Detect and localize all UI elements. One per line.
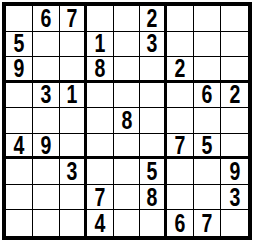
cell-r6c4[interactable] [87, 134, 114, 160]
given-digit: 3 [147, 32, 158, 57]
cell-r2c4[interactable]: 1 [87, 32, 114, 58]
given-digit: 3 [229, 185, 240, 210]
given-digit: 5 [14, 32, 25, 57]
cell-r9c2[interactable] [33, 210, 60, 236]
cell-r7c2[interactable] [33, 159, 60, 185]
cell-r7c6[interactable]: 5 [140, 159, 167, 185]
cell-r2c6[interactable]: 3 [140, 32, 167, 58]
cell-r1c1[interactable] [6, 6, 33, 32]
given-digit: 2 [147, 6, 158, 31]
cell-r8c3[interactable] [60, 185, 87, 211]
cell-r4c7[interactable] [167, 83, 194, 109]
given-digit: 7 [94, 185, 105, 210]
cell-r8c2[interactable] [33, 185, 60, 211]
cell-r5c7[interactable] [167, 108, 194, 134]
cell-r4c3[interactable]: 1 [60, 83, 87, 109]
cell-r9c6[interactable] [140, 210, 167, 236]
cell-r5c2[interactable] [33, 108, 60, 134]
given-digit: 2 [175, 57, 186, 81]
cell-r9c1[interactable] [6, 210, 33, 236]
cell-r6c3[interactable] [60, 134, 87, 160]
cell-r8c7[interactable] [167, 185, 194, 211]
cell-r8c4[interactable]: 7 [87, 185, 114, 211]
cell-r2c1[interactable]: 5 [6, 32, 33, 58]
cell-r4c5[interactable] [114, 83, 141, 109]
cell-r2c9[interactable] [221, 32, 248, 58]
given-digit: 9 [14, 57, 25, 81]
given-digit: 6 [175, 211, 186, 236]
cell-r3c7[interactable]: 2 [167, 57, 194, 83]
cell-r3c4[interactable]: 8 [87, 57, 114, 83]
given-digit: 8 [94, 57, 105, 81]
cell-r5c4[interactable] [87, 108, 114, 134]
cell-r6c2[interactable]: 9 [33, 134, 60, 160]
cell-r7c7[interactable] [167, 159, 194, 185]
cell-r9c7[interactable]: 6 [167, 210, 194, 236]
cell-r1c9[interactable] [221, 6, 248, 32]
cell-r5c3[interactable] [60, 108, 87, 134]
cell-r9c8[interactable]: 7 [194, 210, 221, 236]
cell-r4c8[interactable]: 6 [194, 83, 221, 109]
given-digit: 7 [66, 6, 77, 31]
cell-r6c9[interactable] [221, 134, 248, 160]
given-digit: 6 [202, 83, 213, 108]
cell-r5c6[interactable] [140, 108, 167, 134]
cell-r8c9[interactable]: 3 [221, 185, 248, 211]
cell-r7c5[interactable] [114, 159, 141, 185]
cell-r2c7[interactable] [167, 32, 194, 58]
cell-r3c5[interactable] [114, 57, 141, 83]
cell-r3c9[interactable] [221, 57, 248, 83]
cell-r7c4[interactable] [87, 159, 114, 185]
cell-r1c7[interactable] [167, 6, 194, 32]
cell-r8c6[interactable]: 8 [140, 185, 167, 211]
given-digit: 3 [66, 159, 77, 184]
given-digit: 4 [14, 134, 25, 158]
given-digit: 7 [175, 134, 186, 158]
cell-r3c6[interactable] [140, 57, 167, 83]
cell-r4c6[interactable] [140, 83, 167, 109]
cell-r9c5[interactable] [114, 210, 141, 236]
sudoku-board: 672513982316284975359783467 [2, 2, 252, 240]
cell-r4c2[interactable]: 3 [33, 83, 60, 109]
cell-r9c3[interactable] [60, 210, 87, 236]
cell-r8c1[interactable] [6, 185, 33, 211]
cell-r3c2[interactable] [33, 57, 60, 83]
cell-r3c8[interactable] [194, 57, 221, 83]
given-digit: 5 [202, 134, 213, 158]
cell-r9c4[interactable]: 4 [87, 210, 114, 236]
cell-r2c5[interactable] [114, 32, 141, 58]
cell-r3c1[interactable]: 9 [6, 57, 33, 83]
cell-r2c8[interactable] [194, 32, 221, 58]
cell-r1c5[interactable] [114, 6, 141, 32]
given-digit: 5 [147, 159, 158, 184]
cell-r9c9[interactable] [221, 210, 248, 236]
given-digit: 1 [66, 83, 77, 108]
cell-r5c8[interactable] [194, 108, 221, 134]
cell-r3c3[interactable] [60, 57, 87, 83]
cell-r4c9[interactable]: 2 [221, 83, 248, 109]
given-digit: 1 [94, 32, 105, 57]
cell-r2c2[interactable] [33, 32, 60, 58]
given-digit: 9 [229, 159, 240, 184]
given-digit: 3 [40, 83, 51, 108]
cell-r8c8[interactable] [194, 185, 221, 211]
cell-r6c1[interactable]: 4 [6, 134, 33, 160]
cell-r1c4[interactable] [87, 6, 114, 32]
cell-r1c2[interactable]: 6 [33, 6, 60, 32]
cell-r6c6[interactable] [140, 134, 167, 160]
given-digit: 6 [40, 6, 51, 31]
cell-r1c3[interactable]: 7 [60, 6, 87, 32]
cell-r7c9[interactable]: 9 [221, 159, 248, 185]
cell-r6c8[interactable]: 5 [194, 134, 221, 160]
cell-r6c5[interactable] [114, 134, 141, 160]
given-digit: 4 [94, 211, 105, 236]
cell-r7c8[interactable] [194, 159, 221, 185]
cell-r7c1[interactable] [6, 159, 33, 185]
cell-r6c7[interactable]: 7 [167, 134, 194, 160]
given-digit: 7 [202, 211, 213, 236]
given-digit: 2 [229, 83, 240, 108]
given-digit: 9 [40, 134, 51, 158]
cell-r1c6[interactable]: 2 [140, 6, 167, 32]
cell-r2c3[interactable] [60, 32, 87, 58]
given-digit: 8 [121, 108, 132, 133]
cell-r5c5[interactable]: 8 [114, 108, 141, 134]
given-digit: 8 [147, 185, 158, 210]
cell-r1c8[interactable] [194, 6, 221, 32]
cell-r5c1[interactable] [6, 108, 33, 134]
cell-r8c5[interactable] [114, 185, 141, 211]
cell-r7c3[interactable]: 3 [60, 159, 87, 185]
cell-r5c9[interactable] [221, 108, 248, 134]
cell-r4c4[interactable] [87, 83, 114, 109]
cell-r4c1[interactable] [6, 83, 33, 109]
